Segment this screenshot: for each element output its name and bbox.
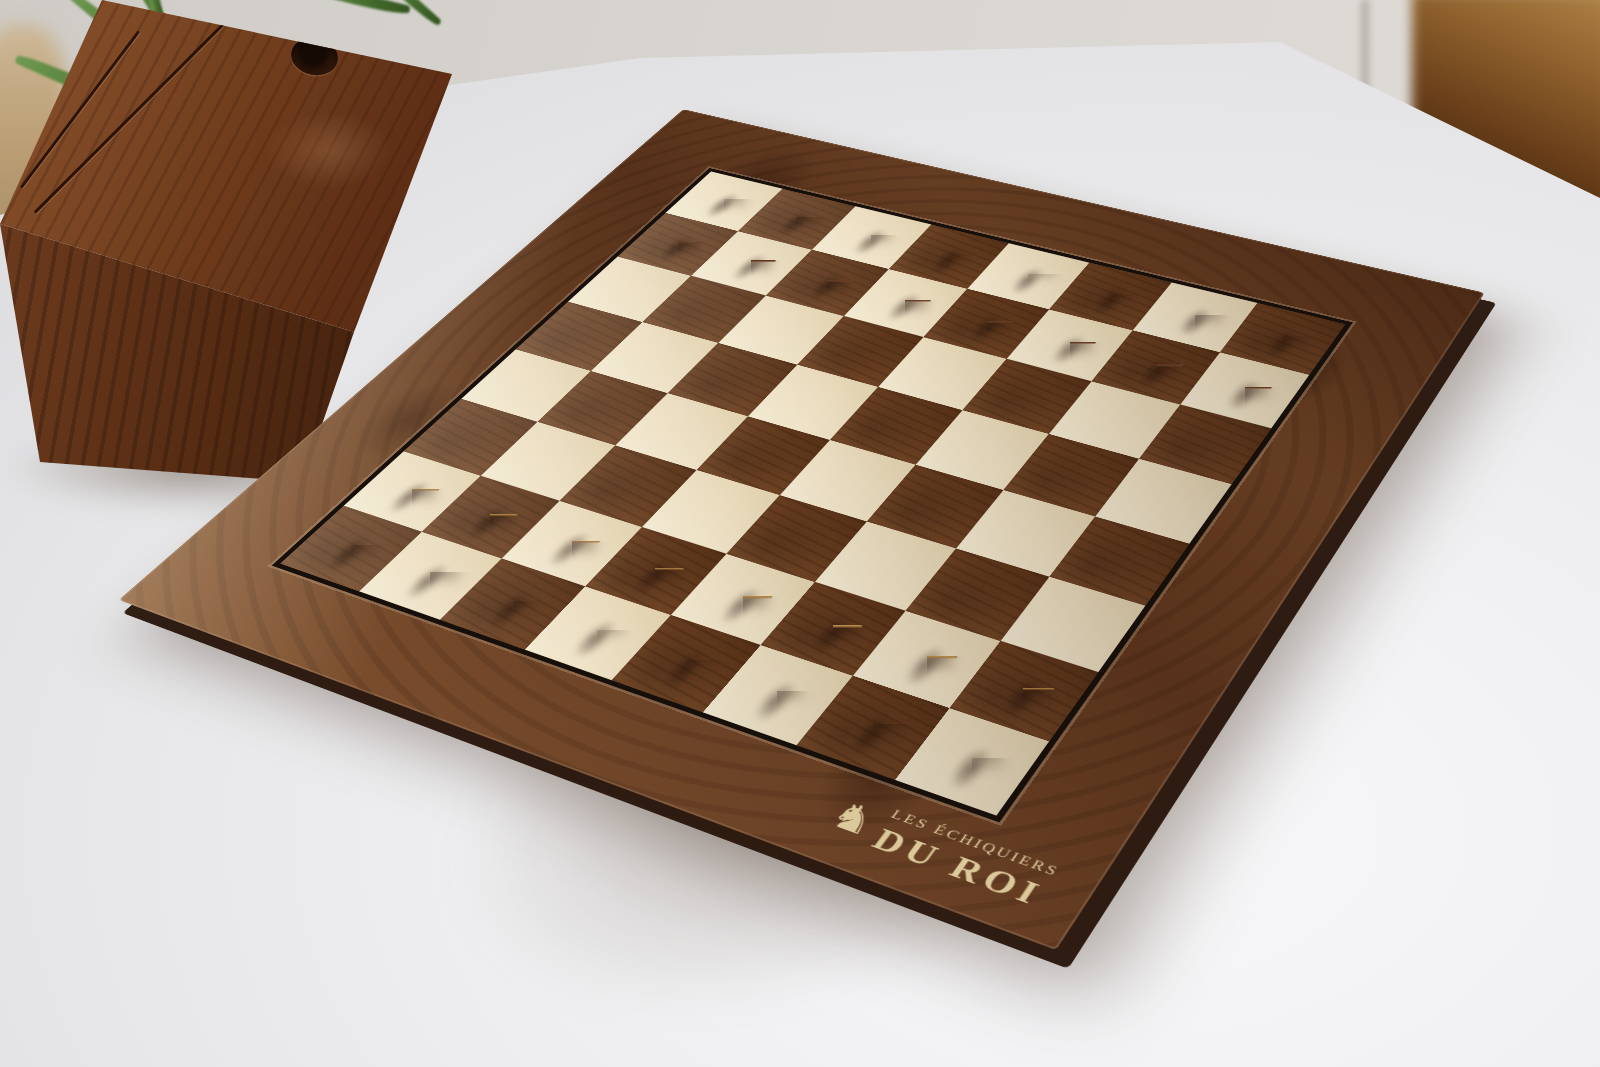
box-finger-hole [288, 34, 342, 80]
rook-glyph: ♜ [878, 656, 1065, 772]
pawn-glyph: ♟ [1165, 314, 1325, 399]
box-lid-groove [34, 5, 243, 214]
product-photo-scene: ♞ LES ÉCHIQUIERS DU ROI ♜♟♟♜♞♟♟♞♝♟♟♝♛♟♟♛… [0, 0, 1600, 1067]
square-h6[interactable] [1138, 404, 1271, 484]
